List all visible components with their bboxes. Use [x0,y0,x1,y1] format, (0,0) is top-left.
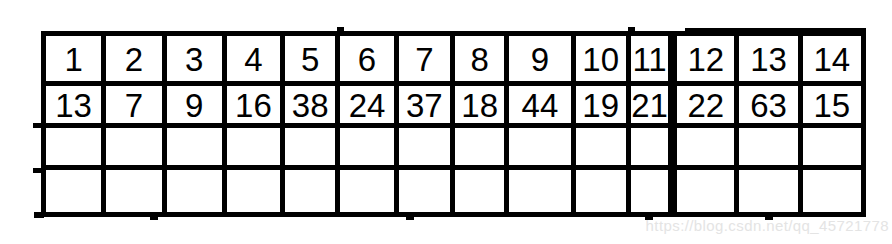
cell-r3c10 [576,128,631,171]
cell-r2c11: 21 [631,86,677,128]
cell-r2c12: 22 [677,86,739,128]
cell-r1c14: 14 [803,36,861,86]
cell-r4c2 [106,170,166,212]
tick-artifact-bottom-1 [150,215,158,220]
cell-r1c7: 7 [399,36,455,86]
cell-r3c11 [631,128,677,171]
cell-r3c5 [285,128,340,171]
cell-r3c12 [677,128,739,171]
cell-r1c13: 13 [739,36,802,86]
watermark-url: https://blog.csdn.net/qq_45721778 [646,217,889,234]
board: 1234567891011121314137916382437184419212… [41,31,866,217]
cell-r2c1: 13 [46,86,106,128]
cell-r2c9: 44 [509,86,575,128]
tick-artifact-left-3 [34,212,44,218]
top-border-segment-artifact [685,28,866,32]
cell-r1c6: 6 [340,36,398,86]
cell-r3c3 [167,128,227,171]
cell-r2c6: 24 [340,86,398,128]
cell-r1c12: 12 [677,36,739,86]
cell-r3c13 [739,128,802,171]
cell-r3c7 [399,128,455,171]
cell-r3c4 [227,128,285,171]
cell-r4c5 [285,170,340,212]
cell-r2c2: 7 [106,86,166,128]
tick-artifact-left-1 [33,123,42,128]
cell-r4c6 [340,170,398,212]
cell-r1c9: 9 [509,36,575,86]
cell-r4c10 [576,170,631,212]
cell-r1c4: 4 [227,36,285,86]
cell-r4c12 [677,170,739,212]
cell-r2c3: 9 [167,86,227,128]
cell-r4c11 [631,170,677,212]
cell-r4c3 [167,170,227,212]
cell-r4c9 [509,170,575,212]
cell-r3c14 [803,128,861,171]
cell-r2c7: 37 [399,86,455,128]
cell-r2c13: 63 [739,86,802,128]
cell-r4c4 [227,170,285,212]
screenshot-canvas: 1234567891011121314137916382437184419212… [0,0,892,244]
cell-r4c14 [803,170,861,212]
cell-r1c10: 10 [576,36,631,86]
cell-r3c2 [106,128,166,171]
cell-r4c8 [455,170,509,212]
cell-r4c7 [399,170,455,212]
cell-r3c6 [340,128,398,171]
cell-r1c5: 5 [285,36,340,86]
cell-r2c8: 18 [455,86,509,128]
cell-r2c14: 15 [803,86,861,128]
cell-r1c1: 1 [46,36,106,86]
cell-r4c1 [46,170,106,212]
cell-r3c1 [46,128,106,171]
cell-r1c3: 3 [167,36,227,86]
tick-artifact-left-2 [33,168,42,173]
tick-artifact-bottom-2 [406,215,414,220]
cell-r3c8 [455,128,509,171]
cell-r2c10: 19 [576,86,631,128]
cell-r1c11: 11 [631,36,677,86]
cell-r2c4: 16 [227,86,285,128]
cell-r1c2: 2 [106,36,166,86]
cell-r4c13 [739,170,802,212]
cell-r1c8: 8 [455,36,509,86]
tick-artifact-top-1 [337,27,344,32]
cell-r2c5: 38 [285,86,340,128]
cell-r3c9 [509,128,575,171]
tick-artifact-top-2 [628,27,635,32]
